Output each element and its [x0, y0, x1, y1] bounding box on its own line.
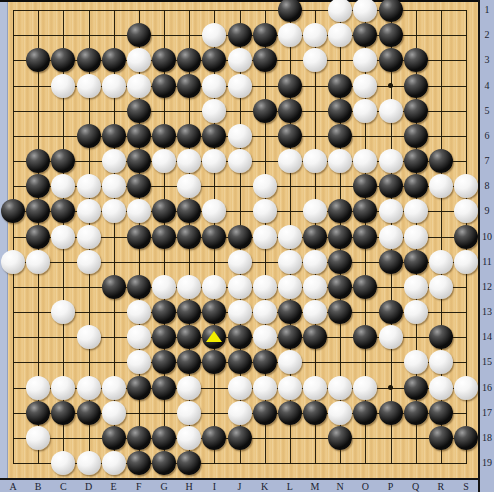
stone-white[interactable]	[404, 300, 428, 324]
stone-white[interactable]	[353, 99, 377, 123]
column-label: F	[131, 481, 147, 492]
stone-black[interactable]	[202, 225, 226, 249]
column-label: I	[206, 481, 222, 492]
stone-black[interactable]	[177, 225, 201, 249]
stone-black[interactable]	[127, 275, 151, 299]
stone-black[interactable]	[51, 401, 75, 425]
stone-white[interactable]	[328, 376, 352, 400]
stone-black[interactable]	[328, 99, 352, 123]
stone-white[interactable]	[253, 225, 277, 249]
stone-black[interactable]	[228, 23, 252, 47]
row-label: 17	[480, 406, 494, 420]
stone-white[interactable]	[51, 225, 75, 249]
row-label: 2	[480, 28, 494, 42]
stone-black[interactable]	[127, 225, 151, 249]
stone-black[interactable]	[328, 426, 352, 450]
stone-black[interactable]	[253, 99, 277, 123]
column-label: P	[383, 481, 399, 492]
stone-white[interactable]	[303, 300, 327, 324]
stone-black[interactable]	[278, 0, 302, 22]
stone-black[interactable]	[404, 149, 428, 173]
column-label: E	[106, 481, 122, 492]
stone-white[interactable]	[51, 451, 75, 475]
stone-black[interactable]	[379, 0, 403, 22]
stone-white[interactable]	[454, 250, 478, 274]
stone-black[interactable]	[404, 74, 428, 98]
stone-white[interactable]	[278, 376, 302, 400]
stone-white[interactable]	[353, 376, 377, 400]
stone-black[interactable]	[26, 149, 50, 173]
stone-black[interactable]	[152, 300, 176, 324]
stone-white[interactable]	[404, 275, 428, 299]
stone-black[interactable]	[253, 23, 277, 47]
stone-white[interactable]	[127, 48, 151, 72]
stone-white[interactable]	[278, 149, 302, 173]
column-label: O	[357, 481, 373, 492]
row-label: 9	[480, 204, 494, 218]
stone-black[interactable]	[404, 401, 428, 425]
stone-black[interactable]	[228, 350, 252, 374]
stone-black[interactable]	[127, 426, 151, 450]
stone-black[interactable]	[127, 451, 151, 475]
stone-black[interactable]	[228, 426, 252, 450]
stone-black[interactable]	[353, 225, 377, 249]
stone-white[interactable]	[77, 174, 101, 198]
stone-white[interactable]	[26, 426, 50, 450]
stone-black[interactable]	[429, 149, 453, 173]
stone-black[interactable]	[278, 74, 302, 98]
stone-black[interactable]	[454, 225, 478, 249]
stone-black[interactable]	[102, 426, 126, 450]
stone-white[interactable]	[1, 250, 25, 274]
row-label: 6	[480, 129, 494, 143]
stone-black[interactable]	[379, 250, 403, 274]
stone-black[interactable]	[152, 225, 176, 249]
stone-white[interactable]	[177, 376, 201, 400]
column-label: B	[30, 481, 46, 492]
stone-white[interactable]	[77, 74, 101, 98]
stone-white[interactable]	[328, 401, 352, 425]
stone-white[interactable]	[127, 300, 151, 324]
stone-black[interactable]	[379, 300, 403, 324]
stone-white[interactable]	[429, 376, 453, 400]
column-label: D	[81, 481, 97, 492]
stone-white[interactable]	[202, 74, 226, 98]
stone-white[interactable]	[228, 48, 252, 72]
stone-black[interactable]	[328, 275, 352, 299]
stone-black[interactable]	[253, 48, 277, 72]
stone-white[interactable]	[253, 376, 277, 400]
stone-black[interactable]	[379, 23, 403, 47]
stone-white[interactable]	[278, 275, 302, 299]
stone-black[interactable]	[429, 325, 453, 349]
row-label: 3	[480, 53, 494, 67]
stone-white[interactable]	[278, 23, 302, 47]
stone-white[interactable]	[379, 225, 403, 249]
stone-white[interactable]	[102, 451, 126, 475]
stone-black[interactable]	[127, 174, 151, 198]
stone-black[interactable]	[127, 23, 151, 47]
stone-black[interactable]	[102, 48, 126, 72]
column-label: S	[458, 481, 474, 492]
stone-black[interactable]	[379, 401, 403, 425]
stone-black[interactable]	[152, 376, 176, 400]
stone-white[interactable]	[303, 23, 327, 47]
row-label: 18	[480, 431, 494, 445]
stone-white[interactable]	[102, 376, 126, 400]
stone-black[interactable]	[177, 124, 201, 148]
stone-white[interactable]	[429, 250, 453, 274]
stone-white[interactable]	[26, 376, 50, 400]
stone-white[interactable]	[253, 300, 277, 324]
stone-black[interactable]	[404, 124, 428, 148]
stone-black[interactable]	[253, 350, 277, 374]
row-label: 10	[480, 230, 494, 244]
stone-white[interactable]	[228, 74, 252, 98]
stone-white[interactable]	[228, 250, 252, 274]
stone-black[interactable]	[278, 99, 302, 123]
stone-black[interactable]	[278, 401, 302, 425]
stone-black[interactable]	[303, 225, 327, 249]
stone-black[interactable]	[278, 325, 302, 349]
left-gutter	[0, 2, 8, 478]
stone-black[interactable]	[379, 174, 403, 198]
stone-white[interactable]	[228, 275, 252, 299]
stone-black[interactable]	[177, 74, 201, 98]
column-label: C	[55, 481, 71, 492]
row-label-strip: 12345678910111213141516171819	[478, 0, 494, 492]
stone-white[interactable]	[102, 149, 126, 173]
stone-black[interactable]	[404, 376, 428, 400]
row-label: 11	[480, 255, 494, 269]
stone-white[interactable]	[404, 199, 428, 223]
stone-black[interactable]	[353, 401, 377, 425]
stone-white[interactable]	[253, 174, 277, 198]
row-label: 13	[480, 305, 494, 319]
stone-white[interactable]	[228, 124, 252, 148]
stone-black[interactable]	[404, 48, 428, 72]
stone-white[interactable]	[379, 149, 403, 173]
stone-white[interactable]	[379, 99, 403, 123]
stone-white[interactable]	[228, 149, 252, 173]
stone-black[interactable]	[404, 174, 428, 198]
stone-white[interactable]	[102, 401, 126, 425]
stone-white[interactable]	[102, 199, 126, 223]
stone-black[interactable]	[77, 48, 101, 72]
stone-black[interactable]	[429, 401, 453, 425]
stone-white[interactable]	[51, 74, 75, 98]
stone-white[interactable]	[404, 225, 428, 249]
stone-black[interactable]	[328, 74, 352, 98]
column-label: R	[433, 481, 449, 492]
go-app-window: ABCDEFGHIJKLMNOPQRS 12345678910111213141…	[0, 0, 494, 492]
column-label: N	[332, 481, 348, 492]
row-label: 7	[480, 154, 494, 168]
row-label: 15	[480, 355, 494, 369]
stone-black[interactable]	[152, 124, 176, 148]
stone-white[interactable]	[77, 451, 101, 475]
stone-white[interactable]	[454, 199, 478, 223]
stone-white[interactable]	[454, 376, 478, 400]
stone-white[interactable]	[152, 149, 176, 173]
triangle-marker	[206, 331, 222, 342]
stone-white[interactable]	[253, 275, 277, 299]
stone-white[interactable]	[303, 250, 327, 274]
stone-white[interactable]	[454, 174, 478, 198]
goban[interactable]	[8, 2, 478, 478]
stone-white[interactable]	[102, 174, 126, 198]
row-label: 4	[480, 79, 494, 93]
stone-black[interactable]	[177, 451, 201, 475]
stone-white[interactable]	[127, 325, 151, 349]
stone-black[interactable]	[127, 124, 151, 148]
column-label: Q	[408, 481, 424, 492]
column-label: M	[307, 481, 323, 492]
stone-black[interactable]	[278, 300, 302, 324]
column-label: H	[181, 481, 197, 492]
stone-black[interactable]	[429, 426, 453, 450]
stone-black[interactable]	[77, 124, 101, 148]
stone-white[interactable]	[51, 376, 75, 400]
stone-white[interactable]	[77, 250, 101, 274]
stone-white[interactable]	[303, 149, 327, 173]
row-label: 5	[480, 104, 494, 118]
row-label: 14	[480, 330, 494, 344]
stone-black[interactable]	[102, 275, 126, 299]
stone-black[interactable]	[228, 325, 252, 349]
stone-white[interactable]	[278, 225, 302, 249]
stone-white[interactable]	[127, 74, 151, 98]
stone-black[interactable]	[404, 99, 428, 123]
stone-black[interactable]	[127, 376, 151, 400]
stone-white[interactable]	[177, 401, 201, 425]
stone-white[interactable]	[253, 199, 277, 223]
stone-black[interactable]	[454, 426, 478, 450]
row-label: 8	[480, 179, 494, 193]
stone-white[interactable]	[77, 376, 101, 400]
stone-white[interactable]	[379, 199, 403, 223]
row-label: 1	[480, 3, 494, 17]
row-label: 12	[480, 280, 494, 294]
stone-white[interactable]	[77, 199, 101, 223]
column-label: A	[5, 481, 21, 492]
stone-black[interactable]	[152, 74, 176, 98]
stone-white[interactable]	[228, 401, 252, 425]
stone-black[interactable]	[26, 225, 50, 249]
stone-black[interactable]	[379, 48, 403, 72]
stone-black[interactable]	[303, 401, 327, 425]
stone-white[interactable]	[353, 74, 377, 98]
stone-white[interactable]	[228, 376, 252, 400]
stone-black[interactable]	[127, 99, 151, 123]
stone-white[interactable]	[303, 376, 327, 400]
stone-white[interactable]	[278, 250, 302, 274]
stone-white[interactable]	[77, 225, 101, 249]
stone-black[interactable]	[328, 250, 352, 274]
row-label: 19	[480, 456, 494, 470]
stone-black[interactable]	[152, 451, 176, 475]
stone-white[interactable]	[26, 250, 50, 274]
stone-white[interactable]	[77, 325, 101, 349]
stone-white[interactable]	[228, 300, 252, 324]
stone-white[interactable]	[102, 74, 126, 98]
stone-black[interactable]	[152, 426, 176, 450]
stone-black[interactable]	[26, 401, 50, 425]
stone-white[interactable]	[379, 325, 403, 349]
stone-black[interactable]	[328, 225, 352, 249]
stone-white[interactable]	[404, 350, 428, 374]
stone-black[interactable]	[278, 124, 302, 148]
stone-black[interactable]	[127, 149, 151, 173]
stone-black[interactable]	[404, 250, 428, 274]
stone-white[interactable]	[429, 275, 453, 299]
stone-white[interactable]	[253, 325, 277, 349]
row-label: 16	[480, 381, 494, 395]
column-label-strip: ABCDEFGHIJKLMNOPQRS	[0, 478, 478, 492]
column-label: L	[282, 481, 298, 492]
stone-white[interactable]	[152, 275, 176, 299]
stone-black[interactable]	[77, 401, 101, 425]
stone-black[interactable]	[102, 124, 126, 148]
stone-white[interactable]	[202, 99, 226, 123]
stone-white[interactable]	[303, 275, 327, 299]
column-label: J	[232, 481, 248, 492]
stone-black[interactable]	[328, 124, 352, 148]
column-label: K	[257, 481, 273, 492]
stone-white[interactable]	[177, 426, 201, 450]
stone-white[interactable]	[177, 275, 201, 299]
stone-white[interactable]	[429, 174, 453, 198]
stone-black[interactable]	[253, 401, 277, 425]
stone-black[interactable]	[228, 225, 252, 249]
column-label: G	[156, 481, 172, 492]
